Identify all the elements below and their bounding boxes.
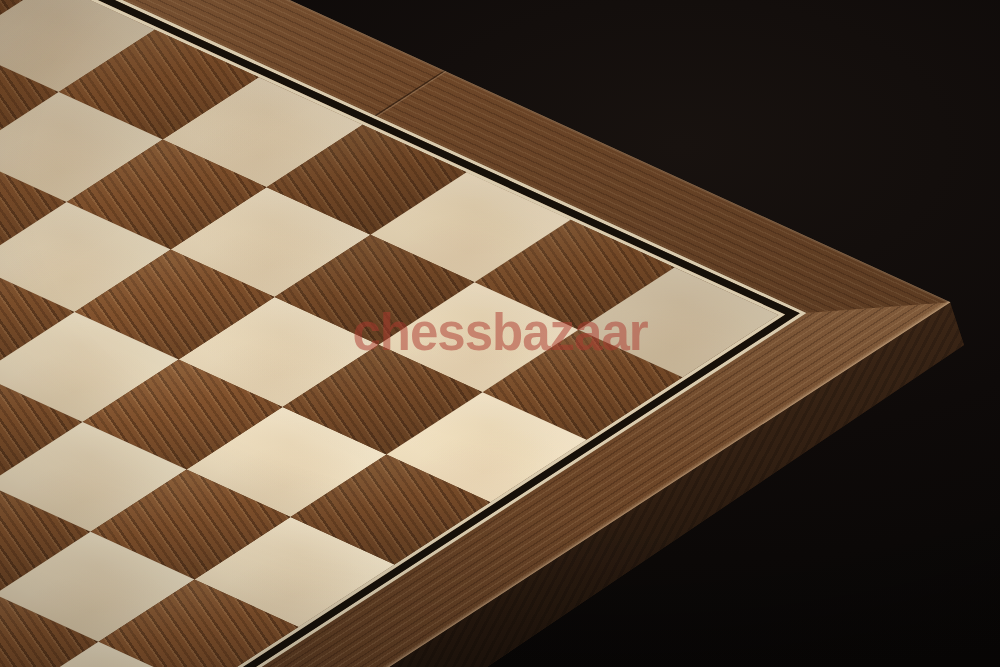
watermark: chessbazaar	[352, 303, 647, 362]
product-photo-scene: chessbazaar	[0, 0, 1000, 667]
